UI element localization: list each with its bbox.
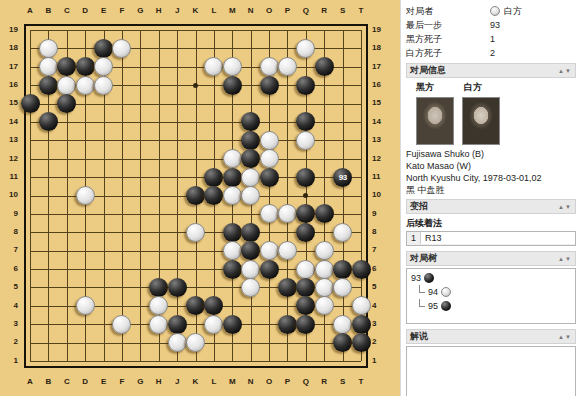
board-cell-G6[interactable]	[131, 260, 149, 278]
board-cell-J9[interactable]	[168, 205, 186, 223]
board-cell-M3[interactable]	[223, 315, 241, 333]
board-cell-A7[interactable]	[21, 241, 39, 259]
board-cell-L17[interactable]	[205, 58, 223, 76]
board-cell-D3[interactable]	[76, 315, 94, 333]
board-cell-P14[interactable]	[278, 113, 296, 131]
board-cell-G7[interactable]	[131, 241, 149, 259]
board-cell-F14[interactable]	[113, 113, 131, 131]
board-cell-P8[interactable]	[278, 223, 296, 241]
board-cell-F3[interactable]	[113, 315, 131, 333]
board-cell-D15[interactable]	[76, 94, 94, 112]
board-cell-E6[interactable]	[94, 260, 112, 278]
board-cell-M12[interactable]	[223, 150, 241, 168]
board-cell-M1[interactable]	[223, 352, 241, 370]
board-cell-R2[interactable]	[315, 333, 333, 351]
board-cell-H4[interactable]	[150, 297, 168, 315]
board-cell-Q8[interactable]	[297, 223, 315, 241]
board-cell-J7[interactable]	[168, 241, 186, 259]
board-cell-B6[interactable]	[39, 260, 57, 278]
board-cell-K12[interactable]	[186, 150, 204, 168]
board-cell-B1[interactable]	[39, 352, 57, 370]
board-cell-K2[interactable]	[186, 333, 204, 351]
board-cell-B8[interactable]	[39, 223, 57, 241]
board-cell-L19[interactable]	[205, 21, 223, 39]
board-cell-S17[interactable]	[333, 58, 351, 76]
board-cell-M18[interactable]	[223, 39, 241, 57]
board-cell-O13[interactable]	[260, 131, 278, 149]
board-cell-L10[interactable]	[205, 186, 223, 204]
board-cell-H3[interactable]	[150, 315, 168, 333]
board-cell-D14[interactable]	[76, 113, 94, 131]
board-cell-E2[interactable]	[94, 333, 112, 351]
board-cell-B17[interactable]	[39, 58, 57, 76]
board-cell-S4[interactable]	[333, 297, 351, 315]
board-cell-G5[interactable]	[131, 278, 149, 296]
board-cell-O6[interactable]	[260, 260, 278, 278]
board-cell-R8[interactable]	[315, 223, 333, 241]
board-cell-O5[interactable]	[260, 278, 278, 296]
board-cell-J12[interactable]	[168, 150, 186, 168]
board-cell-C17[interactable]	[58, 58, 76, 76]
board-cell-Q2[interactable]	[297, 333, 315, 351]
board-cell-L7[interactable]	[205, 241, 223, 259]
board-cell-K3[interactable]	[186, 315, 204, 333]
board-cell-P7[interactable]	[278, 241, 296, 259]
board-cell-L16[interactable]	[205, 76, 223, 94]
board-cell-S6[interactable]	[333, 260, 351, 278]
board-cell-P9[interactable]	[278, 205, 296, 223]
board-cell-S16[interactable]	[333, 76, 351, 94]
board-cell-B18[interactable]	[39, 39, 57, 57]
board-cell-H15[interactable]	[150, 94, 168, 112]
board-cell-E1[interactable]	[94, 352, 112, 370]
board-cell-R3[interactable]	[315, 315, 333, 333]
board-cell-A15[interactable]	[21, 94, 39, 112]
board-cell-R6[interactable]	[315, 260, 333, 278]
board-cell-E15[interactable]	[94, 94, 112, 112]
board-cell-M19[interactable]	[223, 21, 241, 39]
board-cell-K9[interactable]	[186, 205, 204, 223]
board-cell-D2[interactable]	[76, 333, 94, 351]
board-cell-C2[interactable]	[58, 333, 76, 351]
board-cell-R17[interactable]	[315, 58, 333, 76]
board-cell-R16[interactable]	[315, 76, 333, 94]
board-cell-O17[interactable]	[260, 58, 278, 76]
board-cell-P16[interactable]	[278, 76, 296, 94]
board-cell-H17[interactable]	[150, 58, 168, 76]
board-cell-T15[interactable]	[352, 94, 370, 112]
board-cell-N10[interactable]	[241, 186, 259, 204]
board-cell-C11[interactable]	[58, 168, 76, 186]
board-cell-G14[interactable]	[131, 113, 149, 131]
board-cell-A12[interactable]	[21, 150, 39, 168]
board-cell-E3[interactable]	[94, 315, 112, 333]
board-cell-L12[interactable]	[205, 150, 223, 168]
board-cell-E12[interactable]	[94, 150, 112, 168]
board-cell-J17[interactable]	[168, 58, 186, 76]
board-cell-J11[interactable]	[168, 168, 186, 186]
board-cell-E17[interactable]	[94, 58, 112, 76]
board-cell-P5[interactable]	[278, 278, 296, 296]
board-cell-T16[interactable]	[352, 76, 370, 94]
collapse-icons[interactable]: ▲▼	[558, 204, 572, 210]
board-cell-Q11[interactable]	[297, 168, 315, 186]
board-cell-N19[interactable]	[241, 21, 259, 39]
board-cell-O3[interactable]	[260, 315, 278, 333]
board-cell-J2[interactable]	[168, 333, 186, 351]
board-cell-T2[interactable]	[352, 333, 370, 351]
board-cell-P13[interactable]	[278, 131, 296, 149]
board-cell-E16[interactable]	[94, 76, 112, 94]
tree-node-move-94[interactable]: 94	[419, 285, 575, 299]
board-cell-F10[interactable]	[113, 186, 131, 204]
board-cell-R18[interactable]	[315, 39, 333, 57]
board-cell-Q15[interactable]	[297, 94, 315, 112]
board-cell-T3[interactable]	[352, 315, 370, 333]
board-cell-G16[interactable]	[131, 76, 149, 94]
board-cell-C13[interactable]	[58, 131, 76, 149]
board-cell-E5[interactable]	[94, 278, 112, 296]
board-cell-P15[interactable]	[278, 94, 296, 112]
board-cell-O10[interactable]	[260, 186, 278, 204]
board-cell-S18[interactable]	[333, 39, 351, 57]
board-cell-K1[interactable]	[186, 352, 204, 370]
board-cell-G3[interactable]	[131, 315, 149, 333]
board-cell-B9[interactable]	[39, 205, 57, 223]
board-cell-A11[interactable]	[21, 168, 39, 186]
board-cell-D16[interactable]	[76, 76, 94, 94]
board-cell-S1[interactable]	[333, 352, 351, 370]
board-cell-T13[interactable]	[352, 131, 370, 149]
board-cell-J4[interactable]	[168, 297, 186, 315]
board-cell-J18[interactable]	[168, 39, 186, 57]
board-cell-Q5[interactable]	[297, 278, 315, 296]
board-cell-D5[interactable]	[76, 278, 94, 296]
board-cell-G9[interactable]	[131, 205, 149, 223]
board-cell-P3[interactable]	[278, 315, 296, 333]
board-cell-D8[interactable]	[76, 223, 94, 241]
board-cell-S3[interactable]	[333, 315, 351, 333]
board-cell-O11[interactable]	[260, 168, 278, 186]
board-cell-Q7[interactable]	[297, 241, 315, 259]
board-cell-N5[interactable]	[241, 278, 259, 296]
board-cell-G13[interactable]	[131, 131, 149, 149]
board-cell-J19[interactable]	[168, 21, 186, 39]
board-cell-D1[interactable]	[76, 352, 94, 370]
board-cell-F5[interactable]	[113, 278, 131, 296]
board-cell-D11[interactable]	[76, 168, 94, 186]
board-cell-O15[interactable]	[260, 94, 278, 112]
board-cell-G17[interactable]	[131, 58, 149, 76]
commentary-area[interactable]	[406, 346, 576, 396]
board-cell-L8[interactable]	[205, 223, 223, 241]
board-cell-B2[interactable]	[39, 333, 57, 351]
section-header-variation[interactable]: 变招 ▲▼	[406, 199, 576, 214]
board-cell-B7[interactable]	[39, 241, 57, 259]
board-cell-M11[interactable]	[223, 168, 241, 186]
board-cell-O9[interactable]	[260, 205, 278, 223]
board-cell-E13[interactable]	[94, 131, 112, 149]
board-cell-P4[interactable]	[278, 297, 296, 315]
board-cell-K13[interactable]	[186, 131, 204, 149]
variation-row[interactable]: 1R13	[407, 232, 575, 245]
board-cell-R11[interactable]	[315, 168, 333, 186]
board-cell-F18[interactable]	[113, 39, 131, 57]
board-cell-C14[interactable]	[58, 113, 76, 131]
board-cell-J16[interactable]	[168, 76, 186, 94]
board-cell-K8[interactable]	[186, 223, 204, 241]
board-cell-Q9[interactable]	[297, 205, 315, 223]
board-cell-G19[interactable]	[131, 21, 149, 39]
board-cell-F16[interactable]	[113, 76, 131, 94]
board-cell-O7[interactable]	[260, 241, 278, 259]
board-cell-C3[interactable]	[58, 315, 76, 333]
board-cell-K6[interactable]	[186, 260, 204, 278]
board-cell-K16[interactable]	[186, 76, 204, 94]
board-cell-S10[interactable]	[333, 186, 351, 204]
board-cell-J8[interactable]	[168, 223, 186, 241]
board-cell-H1[interactable]	[150, 352, 168, 370]
board-cell-C15[interactable]	[58, 94, 76, 112]
board-cell-A3[interactable]	[21, 315, 39, 333]
board-cell-R10[interactable]	[315, 186, 333, 204]
board-cell-H13[interactable]	[150, 131, 168, 149]
board-cell-B5[interactable]	[39, 278, 57, 296]
board-cell-C7[interactable]	[58, 241, 76, 259]
board-cell-H19[interactable]	[150, 21, 168, 39]
board-cell-K10[interactable]	[186, 186, 204, 204]
board-cell-C10[interactable]	[58, 186, 76, 204]
board-cell-B4[interactable]	[39, 297, 57, 315]
board-cell-R9[interactable]	[315, 205, 333, 223]
board-cell-D17[interactable]	[76, 58, 94, 76]
board-cell-A19[interactable]	[21, 21, 39, 39]
board-cell-N12[interactable]	[241, 150, 259, 168]
board-cell-M16[interactable]	[223, 76, 241, 94]
board-cell-Q18[interactable]	[297, 39, 315, 57]
board-cell-T17[interactable]	[352, 58, 370, 76]
board-cell-P2[interactable]	[278, 333, 296, 351]
board-cell-T5[interactable]	[352, 278, 370, 296]
board-cell-F1[interactable]	[113, 352, 131, 370]
board-cell-H5[interactable]	[150, 278, 168, 296]
board-cell-F9[interactable]	[113, 205, 131, 223]
board-cell-P18[interactable]	[278, 39, 296, 57]
collapse-icons[interactable]: ▲▼	[558, 334, 572, 340]
board-cell-S7[interactable]	[333, 241, 351, 259]
board-cell-H9[interactable]	[150, 205, 168, 223]
board-cell-R7[interactable]	[315, 241, 333, 259]
board-cell-O2[interactable]	[260, 333, 278, 351]
board-cell-M7[interactable]	[223, 241, 241, 259]
board-cell-J1[interactable]	[168, 352, 186, 370]
board-cell-K7[interactable]	[186, 241, 204, 259]
board-cell-A17[interactable]	[21, 58, 39, 76]
board-cell-E8[interactable]	[94, 223, 112, 241]
board-cell-M6[interactable]	[223, 260, 241, 278]
board-cell-O4[interactable]	[260, 297, 278, 315]
board-cell-G4[interactable]	[131, 297, 149, 315]
board-cell-G12[interactable]	[131, 150, 149, 168]
board-cell-F8[interactable]	[113, 223, 131, 241]
board-cell-C5[interactable]	[58, 278, 76, 296]
board-cell-A18[interactable]	[21, 39, 39, 57]
board-cell-M15[interactable]	[223, 94, 241, 112]
board-cell-A14[interactable]	[21, 113, 39, 131]
board-cell-R15[interactable]	[315, 94, 333, 112]
board-cell-D19[interactable]	[76, 21, 94, 39]
board-cell-S2[interactable]	[333, 333, 351, 351]
board-cell-H10[interactable]	[150, 186, 168, 204]
board-cell-O18[interactable]	[260, 39, 278, 57]
board-cell-L6[interactable]	[205, 260, 223, 278]
board-cell-S19[interactable]	[333, 21, 351, 39]
board-cell-S15[interactable]	[333, 94, 351, 112]
board-cell-N7[interactable]	[241, 241, 259, 259]
board-cell-J14[interactable]	[168, 113, 186, 131]
tree-node-move-93[interactable]: 93	[411, 271, 575, 285]
section-header-game-tree[interactable]: 对局树 ▲▼	[406, 251, 576, 266]
board-cell-T6[interactable]	[352, 260, 370, 278]
board-cell-L11[interactable]	[205, 168, 223, 186]
board-cell-P17[interactable]	[278, 58, 296, 76]
board-cell-E19[interactable]	[94, 21, 112, 39]
board-cell-T14[interactable]	[352, 113, 370, 131]
board-cell-N1[interactable]	[241, 352, 259, 370]
board-cell-M13[interactable]	[223, 131, 241, 149]
board-cell-E4[interactable]	[94, 297, 112, 315]
board-cell-S12[interactable]	[333, 150, 351, 168]
board-cell-G1[interactable]	[131, 352, 149, 370]
board-cell-S13[interactable]	[333, 131, 351, 149]
collapse-icons[interactable]: ▲▼	[558, 256, 572, 262]
board-cell-P1[interactable]	[278, 352, 296, 370]
board-cell-M8[interactable]	[223, 223, 241, 241]
board-cell-O14[interactable]	[260, 113, 278, 131]
board-cell-Q12[interactable]	[297, 150, 315, 168]
board-cell-N16[interactable]	[241, 76, 259, 94]
board-cell-T19[interactable]	[352, 21, 370, 39]
board-cell-A10[interactable]	[21, 186, 39, 204]
board-cell-D9[interactable]	[76, 205, 94, 223]
board-cell-K4[interactable]	[186, 297, 204, 315]
board-cell-M5[interactable]	[223, 278, 241, 296]
board-cell-T7[interactable]	[352, 241, 370, 259]
board-cell-K18[interactable]	[186, 39, 204, 57]
board-cell-R14[interactable]	[315, 113, 333, 131]
board-cell-B11[interactable]	[39, 168, 57, 186]
board-cell-L18[interactable]	[205, 39, 223, 57]
board-cell-M14[interactable]	[223, 113, 241, 131]
board-cell-G11[interactable]	[131, 168, 149, 186]
board-cell-N8[interactable]	[241, 223, 259, 241]
board-cell-D4[interactable]	[76, 297, 94, 315]
board-cell-H2[interactable]	[150, 333, 168, 351]
board-cell-J13[interactable]	[168, 131, 186, 149]
board-cell-F12[interactable]	[113, 150, 131, 168]
board-cell-K11[interactable]	[186, 168, 204, 186]
board-cell-F4[interactable]	[113, 297, 131, 315]
board-cell-B12[interactable]	[39, 150, 57, 168]
board-cell-K17[interactable]	[186, 58, 204, 76]
board-cell-L9[interactable]	[205, 205, 223, 223]
board-cell-B13[interactable]	[39, 131, 57, 149]
board-cell-H12[interactable]	[150, 150, 168, 168]
board-cell-D18[interactable]	[76, 39, 94, 57]
board-cell-N11[interactable]	[241, 168, 259, 186]
board-cell-H14[interactable]	[150, 113, 168, 131]
board-cell-H18[interactable]	[150, 39, 168, 57]
board-cell-M10[interactable]	[223, 186, 241, 204]
board-cell-P19[interactable]	[278, 21, 296, 39]
board-cell-C18[interactable]	[58, 39, 76, 57]
board-cell-C9[interactable]	[58, 205, 76, 223]
board-cell-R5[interactable]	[315, 278, 333, 296]
board-cell-L4[interactable]	[205, 297, 223, 315]
board-cell-N2[interactable]	[241, 333, 259, 351]
board-cell-E7[interactable]	[94, 241, 112, 259]
board-cell-J5[interactable]	[168, 278, 186, 296]
board-cell-L15[interactable]	[205, 94, 223, 112]
collapse-icons[interactable]: ▲▼	[558, 68, 572, 74]
board-cell-D6[interactable]	[76, 260, 94, 278]
board-cell-R1[interactable]	[315, 352, 333, 370]
board-cell-T8[interactable]	[352, 223, 370, 241]
board-cell-E18[interactable]	[94, 39, 112, 57]
board-cell-K15[interactable]	[186, 94, 204, 112]
board-cell-A9[interactable]	[21, 205, 39, 223]
board-cell-N4[interactable]	[241, 297, 259, 315]
board-cell-T18[interactable]	[352, 39, 370, 57]
board-cell-D13[interactable]	[76, 131, 94, 149]
board-cell-A6[interactable]	[21, 260, 39, 278]
board-cell-Q3[interactable]	[297, 315, 315, 333]
board-cell-T4[interactable]	[352, 297, 370, 315]
board-cell-B14[interactable]	[39, 113, 57, 131]
board-cell-M9[interactable]	[223, 205, 241, 223]
board-cell-S11[interactable]: 93	[333, 168, 351, 186]
board-cell-C16[interactable]	[58, 76, 76, 94]
board-cell-G8[interactable]	[131, 223, 149, 241]
board-cell-N6[interactable]	[241, 260, 259, 278]
board-cell-H7[interactable]	[150, 241, 168, 259]
board-cell-J15[interactable]	[168, 94, 186, 112]
board-cell-F6[interactable]	[113, 260, 131, 278]
board-cell-S8[interactable]	[333, 223, 351, 241]
board-cell-G18[interactable]	[131, 39, 149, 57]
board-cell-R19[interactable]	[315, 21, 333, 39]
board-cell-J3[interactable]	[168, 315, 186, 333]
board-cell-S9[interactable]	[333, 205, 351, 223]
board-cell-Q6[interactable]	[297, 260, 315, 278]
board-cell-G2[interactable]	[131, 333, 149, 351]
board-cell-O19[interactable]	[260, 21, 278, 39]
board-cell-F11[interactable]	[113, 168, 131, 186]
board-cell-Q14[interactable]	[297, 113, 315, 131]
board-cell-J6[interactable]	[168, 260, 186, 278]
board-cell-G10[interactable]	[131, 186, 149, 204]
board-cell-R4[interactable]	[315, 297, 333, 315]
board-cell-E9[interactable]	[94, 205, 112, 223]
board-cell-Q1[interactable]	[297, 352, 315, 370]
board-cell-M4[interactable]	[223, 297, 241, 315]
board-cell-A2[interactable]	[21, 333, 39, 351]
board-cell-E11[interactable]	[94, 168, 112, 186]
board-cell-T9[interactable]	[352, 205, 370, 223]
board-cell-C4[interactable]	[58, 297, 76, 315]
board-cell-M2[interactable]	[223, 333, 241, 351]
board-cell-S5[interactable]	[333, 278, 351, 296]
